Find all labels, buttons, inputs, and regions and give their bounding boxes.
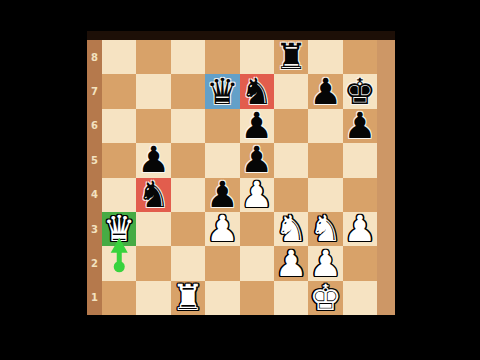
piece-white-pawn: ♟ xyxy=(241,177,273,213)
piece-white-pawn: ♟ xyxy=(275,246,307,282)
rank-label-4: 4 xyxy=(87,178,102,212)
square-c5[interactable] xyxy=(171,143,205,177)
square-c4[interactable] xyxy=(171,178,205,212)
square-e4[interactable]: ♟ xyxy=(240,178,274,212)
piece-black-queen: ♛ xyxy=(206,74,238,110)
square-b2[interactable] xyxy=(136,246,170,280)
square-f4[interactable] xyxy=(274,178,308,212)
square-h1[interactable] xyxy=(343,281,377,315)
square-b5[interactable]: ♟ xyxy=(136,143,170,177)
square-b6[interactable] xyxy=(136,109,170,143)
square-a7[interactable] xyxy=(102,74,136,108)
piece-white-knight: ♞ xyxy=(275,211,307,247)
square-e8[interactable] xyxy=(240,40,274,74)
piece-black-pawn: ♟ xyxy=(241,142,273,178)
square-d8[interactable] xyxy=(205,40,239,74)
square-a4[interactable] xyxy=(102,178,136,212)
square-f2[interactable]: ♟ xyxy=(274,246,308,280)
square-d6[interactable] xyxy=(205,109,239,143)
square-a5[interactable] xyxy=(102,143,136,177)
square-g7[interactable]: ♟ xyxy=(308,74,342,108)
rank-label-5: 5 xyxy=(87,143,102,177)
square-h8[interactable] xyxy=(343,40,377,74)
piece-white-pawn: ♟ xyxy=(344,211,376,247)
square-b7[interactable] xyxy=(136,74,170,108)
square-e7[interactable]: ♞ xyxy=(240,74,274,108)
board-grid: ♜♛♞♟♚♟♟♟♟♞♟♟♛♟♞♞♟♟♟♜♚ xyxy=(102,40,377,315)
square-a6[interactable] xyxy=(102,109,136,143)
piece-black-knight: ♞ xyxy=(137,177,169,213)
square-f7[interactable] xyxy=(274,74,308,108)
square-c1[interactable]: ♜ xyxy=(171,281,205,315)
rank-label-2: 2 xyxy=(87,246,102,280)
square-d5[interactable] xyxy=(205,143,239,177)
square-c2[interactable] xyxy=(171,246,205,280)
piece-white-rook: ♜ xyxy=(172,280,204,316)
square-a8[interactable] xyxy=(102,40,136,74)
square-f6[interactable] xyxy=(274,109,308,143)
square-b8[interactable] xyxy=(136,40,170,74)
square-b1[interactable] xyxy=(136,281,170,315)
square-h4[interactable] xyxy=(343,178,377,212)
piece-black-pawn: ♟ xyxy=(137,142,169,178)
rank-label-7: 7 xyxy=(87,74,102,108)
square-e5[interactable]: ♟ xyxy=(240,143,274,177)
square-f1[interactable] xyxy=(274,281,308,315)
square-c6[interactable] xyxy=(171,109,205,143)
square-g1[interactable]: ♚ xyxy=(308,281,342,315)
rank-label-column: 87654321 xyxy=(87,40,102,315)
piece-white-queen: ♛ xyxy=(103,211,135,247)
square-g3[interactable]: ♞ xyxy=(308,212,342,246)
square-e6[interactable]: ♟ xyxy=(240,109,274,143)
square-d1[interactable] xyxy=(205,281,239,315)
square-d2[interactable] xyxy=(205,246,239,280)
square-f5[interactable] xyxy=(274,143,308,177)
square-g4[interactable] xyxy=(308,178,342,212)
chess-board: 87654321 ♜♛♞♟♚♟♟♟♟♞♟♟♛♟♞♞♟♟♟♜♚ xyxy=(87,31,395,315)
square-g5[interactable] xyxy=(308,143,342,177)
square-e2[interactable] xyxy=(240,246,274,280)
square-c7[interactable] xyxy=(171,74,205,108)
piece-white-knight: ♞ xyxy=(309,211,341,247)
square-d7[interactable]: ♛ xyxy=(205,74,239,108)
piece-white-king: ♚ xyxy=(309,280,341,316)
piece-black-rook: ♜ xyxy=(275,39,307,75)
square-h6[interactable]: ♟ xyxy=(343,109,377,143)
square-a2[interactable] xyxy=(102,246,136,280)
square-e3[interactable] xyxy=(240,212,274,246)
square-g8[interactable] xyxy=(308,40,342,74)
app-background: 87654321 ♜♛♞♟♚♟♟♟♟♞♟♟♛♟♞♞♟♟♟♜♚ xyxy=(0,0,480,360)
rank-label-8: 8 xyxy=(87,40,102,74)
square-d4[interactable]: ♟ xyxy=(205,178,239,212)
square-f8[interactable]: ♜ xyxy=(274,40,308,74)
piece-black-pawn: ♟ xyxy=(309,74,341,110)
square-g6[interactable] xyxy=(308,109,342,143)
square-h2[interactable] xyxy=(343,246,377,280)
piece-black-pawn: ♟ xyxy=(344,108,376,144)
piece-white-pawn: ♟ xyxy=(206,211,238,247)
square-g2[interactable]: ♟ xyxy=(308,246,342,280)
square-c8[interactable] xyxy=(171,40,205,74)
square-d3[interactable]: ♟ xyxy=(205,212,239,246)
rank-label-1: 1 xyxy=(87,281,102,315)
board-squares-area: ♜♛♞♟♚♟♟♟♟♞♟♟♛♟♞♞♟♟♟♜♚ xyxy=(102,40,377,315)
square-c3[interactable] xyxy=(171,212,205,246)
square-h3[interactable]: ♟ xyxy=(343,212,377,246)
square-h5[interactable] xyxy=(343,143,377,177)
square-a3[interactable]: ♛ xyxy=(102,212,136,246)
board-top-border xyxy=(87,31,395,40)
board-right-border xyxy=(377,40,395,315)
square-f3[interactable]: ♞ xyxy=(274,212,308,246)
rank-label-3: 3 xyxy=(87,212,102,246)
square-b4[interactable]: ♞ xyxy=(136,178,170,212)
square-a1[interactable] xyxy=(102,281,136,315)
square-e1[interactable] xyxy=(240,281,274,315)
square-b3[interactable] xyxy=(136,212,170,246)
rank-label-6: 6 xyxy=(87,109,102,143)
square-h7[interactable]: ♚ xyxy=(343,74,377,108)
